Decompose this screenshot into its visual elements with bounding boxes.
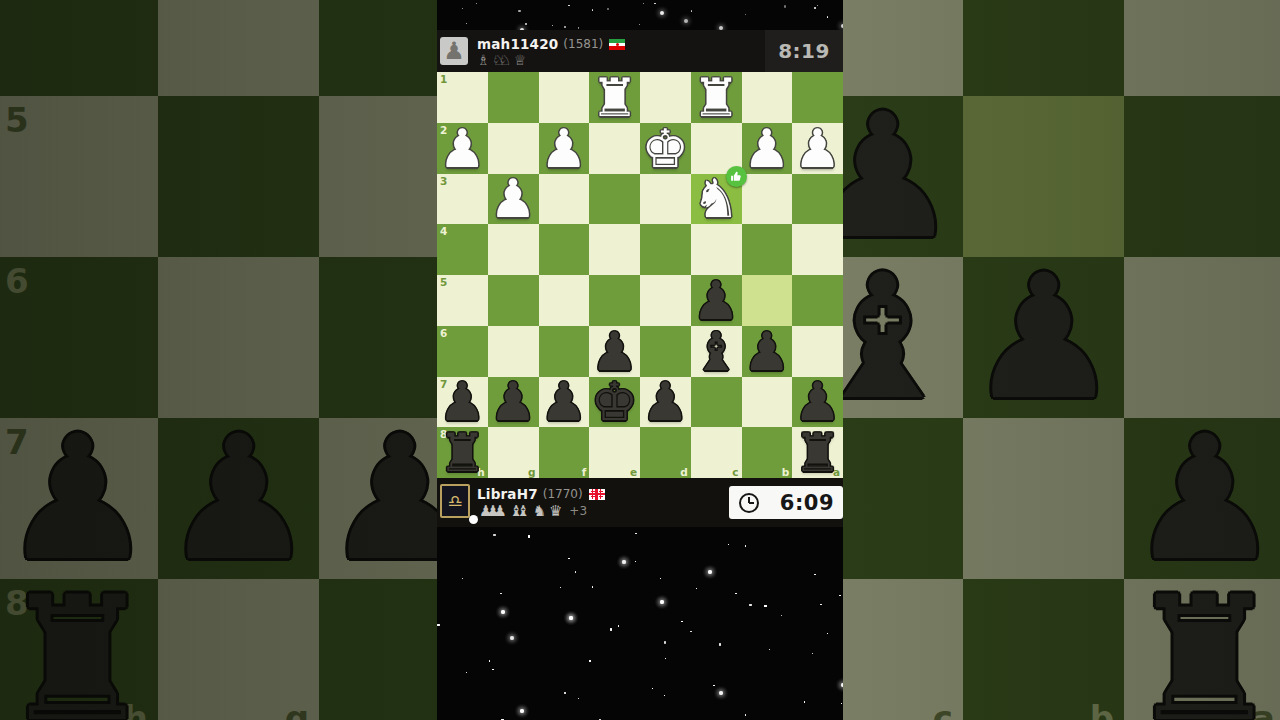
rank-label-6: 6 — [440, 327, 447, 339]
opponent-clock: 8:19 — [765, 30, 843, 72]
black-rook-a8[interactable]: ♜ — [792, 427, 843, 478]
white-pawn-f2[interactable]: ♟ — [539, 123, 590, 174]
square-d1[interactable] — [640, 72, 691, 123]
square-h4[interactable]: 4 — [437, 224, 488, 275]
black-pawn-b6[interactable]: ♟ — [742, 326, 793, 377]
square-e2[interactable] — [589, 123, 640, 174]
black-pawn-a7[interactable]: ♟ — [792, 377, 843, 428]
clock-icon — [739, 493, 759, 513]
captured-queen-icon: ♛ — [549, 502, 562, 520]
captured-queen-icon: ♕ — [514, 52, 527, 68]
captured-knight-icon: ♘ — [499, 52, 512, 68]
player-bar: ♎ LibraH7 (1770) ♟♟♟♝♝♞♛ +3 6:09 — [437, 478, 843, 527]
iran-flag — [609, 39, 625, 50]
player-clock: 6:09 — [780, 491, 834, 515]
square-a1[interactable] — [792, 72, 843, 123]
white-pawn-h2[interactable]: ♟ — [437, 123, 488, 174]
square-g4[interactable] — [488, 224, 539, 275]
square-b8[interactable]: b — [742, 427, 793, 478]
opponent-name[interactable]: mah11420 — [477, 36, 558, 52]
square-b1[interactable] — [742, 72, 793, 123]
background-shade-left — [0, 0, 437, 720]
opponent-avatar[interactable]: ♟ — [440, 37, 468, 65]
square-f3[interactable] — [539, 174, 590, 225]
black-bishop-c6[interactable]: ♝ — [691, 326, 742, 377]
material-advantage: +3 — [569, 504, 587, 518]
square-e3[interactable] — [589, 174, 640, 225]
square-h1[interactable]: 1 — [437, 72, 488, 123]
captured-bishop-icon: ♝ — [517, 502, 530, 520]
player-clock-box: 6:09 — [729, 486, 843, 519]
square-c7[interactable] — [691, 377, 742, 428]
square-a5[interactable] — [792, 275, 843, 326]
black-pawn-e6[interactable]: ♟ — [589, 326, 640, 377]
square-f6[interactable] — [539, 326, 590, 377]
square-e8[interactable]: e — [589, 427, 640, 478]
opponent-rating: (1581) — [563, 37, 603, 51]
white-pawn-a2[interactable]: ♟ — [792, 123, 843, 174]
white-pawn-b2[interactable]: ♟ — [742, 123, 793, 174]
square-c8[interactable]: c — [691, 427, 742, 478]
white-rook-c1[interactable]: ♜ — [691, 72, 742, 123]
chess-board[interactable]: 12345678hgfedcba♜♜♟♟♚♟♟♟♟♝♟♟♞♟♟♟♚♟♟♜♜ — [437, 72, 843, 478]
square-b4[interactable] — [742, 224, 793, 275]
square-b5[interactable] — [742, 275, 793, 326]
libra-zodiac-icon: ♎ — [447, 491, 462, 511]
rank-label-5: 5 — [440, 276, 447, 288]
black-pawn-h7[interactable]: ♟ — [437, 377, 488, 428]
file-label-e: e — [630, 466, 637, 478]
file-label-c: c — [732, 466, 738, 478]
square-a4[interactable] — [792, 224, 843, 275]
square-g2[interactable] — [488, 123, 539, 174]
white-pawn-g3[interactable]: ♟ — [488, 174, 539, 225]
white-king-d2[interactable]: ♚ — [640, 123, 691, 174]
background-shade-right — [843, 0, 1280, 720]
square-f4[interactable] — [539, 224, 590, 275]
square-f8[interactable]: f — [539, 427, 590, 478]
square-g5[interactable] — [488, 275, 539, 326]
opponent-bar: ♟ mah11420 (1581) ♗♘♘♕ 8:19 — [437, 30, 843, 72]
player-name[interactable]: LibraH7 — [477, 486, 538, 502]
square-f1[interactable] — [539, 72, 590, 123]
captured-knight-icon: ♞ — [533, 502, 546, 520]
captured-pieces-tray-white: ♗♘♘♕ — [477, 52, 526, 68]
player-rating: (1770) — [543, 487, 583, 501]
file-label-f: f — [582, 466, 587, 478]
player-avatar[interactable]: ♎ — [440, 484, 470, 518]
captured-pieces-tray-black: ♟♟♟♝♝♞♛ +3 — [479, 503, 587, 519]
black-rook-h8[interactable]: ♜ — [437, 427, 488, 478]
square-h3[interactable]: 3 — [437, 174, 488, 225]
black-pawn-g7[interactable]: ♟ — [488, 377, 539, 428]
file-label-g: g — [528, 466, 536, 478]
thumbs-up-icon — [730, 170, 743, 183]
square-d4[interactable] — [640, 224, 691, 275]
captured-pawn-icon: ♟ — [493, 502, 506, 520]
square-e5[interactable] — [589, 275, 640, 326]
square-a3[interactable] — [792, 174, 843, 225]
square-b3[interactable] — [742, 174, 793, 225]
square-a6[interactable] — [792, 326, 843, 377]
square-e4[interactable] — [589, 224, 640, 275]
square-g6[interactable] — [488, 326, 539, 377]
white-rook-e1[interactable]: ♜ — [589, 72, 640, 123]
square-h6[interactable]: 6 — [437, 326, 488, 377]
video-frame: 12345678hgfedcba♜♜♟♟♚♟♟♟♟♝♟♟♞♟♟♟♚♟♟♜♜ ♟ … — [0, 0, 1280, 720]
black-pawn-d7[interactable]: ♟ — [640, 377, 691, 428]
black-pawn-c5[interactable]: ♟ — [691, 275, 742, 326]
black-pawn-f7[interactable]: ♟ — [539, 377, 590, 428]
square-d5[interactable] — [640, 275, 691, 326]
phone-screen: ♟ mah11420 (1581) ♗♘♘♕ 8:19 12345678hgfe… — [437, 0, 843, 720]
square-d3[interactable] — [640, 174, 691, 225]
square-d6[interactable] — [640, 326, 691, 377]
file-label-d: d — [680, 466, 688, 478]
thumbs-up-badge — [726, 166, 747, 187]
square-d8[interactable]: d — [640, 427, 691, 478]
rank-label-1: 1 — [440, 73, 447, 85]
square-c4[interactable] — [691, 224, 742, 275]
online-indicator-dot — [469, 515, 478, 524]
square-g8[interactable]: g — [488, 427, 539, 478]
square-h5[interactable]: 5 — [437, 275, 488, 326]
rank-label-4: 4 — [440, 225, 447, 237]
georgia-flag — [589, 489, 605, 500]
file-label-b: b — [782, 466, 790, 478]
black-king-e7[interactable]: ♚ — [589, 377, 640, 428]
captured-bishop-icon: ♗ — [477, 52, 490, 68]
white-pawn-icon: ♟ — [443, 37, 465, 65]
square-f5[interactable] — [539, 275, 590, 326]
square-b7[interactable] — [742, 377, 793, 428]
square-g1[interactable] — [488, 72, 539, 123]
